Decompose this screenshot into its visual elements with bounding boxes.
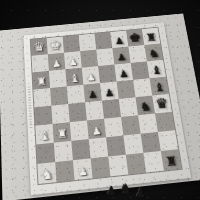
board-logo-icon: ♛ ···· <box>38 146 55 163</box>
logo-caption: ···· <box>39 155 55 160</box>
square-e3[interactable] <box>68 102 87 122</box>
piece-wB-f1[interactable]: ♝ <box>39 129 51 142</box>
piece-bN-e7[interactable]: ♞ <box>139 100 152 113</box>
piece-bP-a6[interactable]: ♟ <box>115 36 125 46</box>
piece-wR-c1[interactable]: ♜ <box>36 75 47 87</box>
square-a3[interactable] <box>63 35 80 53</box>
captured-piece-bP[interactable]: ♟ <box>106 185 117 199</box>
piece-wP-b3[interactable]: ♟ <box>68 57 78 67</box>
piece-bQ-e8[interactable]: ♛ <box>155 97 170 112</box>
square-g2[interactable] <box>54 141 73 162</box>
square-f3[interactable] <box>70 120 89 140</box>
piece-wK-a2[interactable]: ♚ <box>49 39 62 52</box>
piece-bB-d8[interactable]: ♝ <box>153 81 166 93</box>
square-c3[interactable]: ♝ <box>65 68 83 87</box>
photo-stage: ♛♚♟♚♜♟♟♟♞♜♝♟♟♝♟♟♝♞♛♝♜♟♞♟♜ ♛ ···· ♟♞♟ <box>0 0 200 200</box>
square-a1[interactable]: ♛ <box>31 38 48 56</box>
square-f1[interactable]: ♝ <box>35 124 54 145</box>
square-f6[interactable] <box>121 115 141 135</box>
piece-wP-b2[interactable]: ♟ <box>52 59 62 69</box>
piece-bP-d4[interactable]: ♟ <box>88 90 98 101</box>
square-g6[interactable] <box>123 134 143 155</box>
chess-board: ♛♚♟♚♜♟♟♟♞♜♝♟♟♝♟♟♝♞♛♝♜♟♞♟♜ ♛ ···· <box>23 22 191 195</box>
square-d1[interactable] <box>33 88 51 107</box>
square-e4[interactable] <box>85 101 104 121</box>
piece-wP-h3[interactable]: ♟ <box>78 166 89 178</box>
piece-bN-b8[interactable]: ♞ <box>148 48 160 60</box>
square-b3[interactable]: ♟ <box>64 51 82 69</box>
square-h2[interactable] <box>55 160 74 182</box>
square-g5[interactable] <box>106 136 126 157</box>
square-c8[interactable]: ♝ <box>147 60 166 78</box>
captured-piece-bP[interactable]: ♟ <box>135 187 146 200</box>
square-d3[interactable] <box>67 85 85 104</box>
border-fineprint <box>28 86 33 128</box>
scene: ♛♚♟♚♜♟♟♟♞♜♝♟♟♝♟♟♝♞♛♝♜♟♞♟♜ ♛ ···· <box>0 0 200 200</box>
square-f7[interactable] <box>138 113 158 133</box>
square-f4[interactable]: ♟ <box>87 119 106 139</box>
piece-wN-h1[interactable]: ♞ <box>41 167 53 181</box>
square-g4[interactable] <box>89 137 109 158</box>
piece-bR-h8[interactable]: ♜ <box>165 154 178 168</box>
piece-wP-f4[interactable]: ♟ <box>91 126 102 137</box>
square-b1[interactable] <box>32 54 49 72</box>
square-a4[interactable] <box>79 34 97 52</box>
piece-bK-a7[interactable]: ♚ <box>128 32 142 45</box>
square-h6[interactable] <box>126 153 146 175</box>
square-e1[interactable] <box>34 106 52 126</box>
square-c1[interactable]: ♜ <box>32 71 50 90</box>
square-h8[interactable]: ♜ <box>161 149 182 170</box>
piece-wR-f2[interactable]: ♜ <box>56 127 68 140</box>
square-h1[interactable]: ♞ <box>37 162 56 184</box>
perspective-tilt: ♛♚♟♚♜♟♟♟♞♜♝♟♟♝♟♟♝♞♛♝♜♟♞♟♜ ♛ ···· <box>0 20 200 200</box>
square-a2[interactable]: ♚ <box>47 37 64 55</box>
piece-wQ-a1[interactable]: ♛ <box>33 41 46 54</box>
square-b8[interactable]: ♞ <box>144 43 163 61</box>
square-f2[interactable]: ♜ <box>53 122 72 143</box>
piece-bR-a8[interactable]: ♜ <box>145 32 157 43</box>
piece-bP-d5[interactable]: ♟ <box>104 88 114 99</box>
square-d8[interactable]: ♝ <box>149 77 168 96</box>
square-h3[interactable]: ♟ <box>73 158 93 180</box>
square-d4[interactable]: ♟ <box>83 83 102 102</box>
piece-bP-c6[interactable]: ♟ <box>119 69 129 79</box>
square-e8[interactable]: ♛ <box>152 94 172 114</box>
square-d2[interactable] <box>50 86 68 105</box>
square-e2[interactable] <box>51 104 69 124</box>
piece-wP-c4[interactable]: ♟ <box>86 72 96 82</box>
square-c2[interactable] <box>49 69 67 88</box>
piece-bB-c8[interactable]: ♝ <box>150 64 162 76</box>
table-mat: ♛♚♟♚♜♟♟♟♞♜♝♟♟♝♟♟♝♞♛♝♜♟♞♟♜ ♛ ···· <box>0 13 200 200</box>
square-c4[interactable]: ♟ <box>82 66 100 85</box>
piece-bP-b6[interactable]: ♟ <box>117 53 127 63</box>
square-g3[interactable] <box>71 139 90 160</box>
square-h4[interactable] <box>91 157 111 179</box>
square-a8[interactable]: ♜ <box>142 28 160 45</box>
square-b2[interactable]: ♟ <box>48 53 66 71</box>
captured-piece-bN[interactable]: ♞ <box>120 182 133 196</box>
square-f8[interactable] <box>155 112 175 132</box>
captured-pieces-tray: ♟♞♟ <box>106 181 146 195</box>
square-b4[interactable] <box>80 50 98 68</box>
square-g8[interactable] <box>158 130 178 151</box>
piece-wB-c3[interactable]: ♝ <box>69 72 81 84</box>
